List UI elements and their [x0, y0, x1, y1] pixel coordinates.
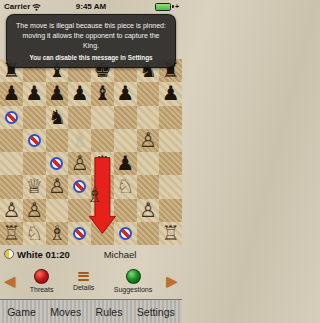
game-info-row: White 01:20 Michael [0, 245, 182, 263]
white-turn-indicator [4, 249, 14, 259]
square-e1[interactable] [91, 222, 114, 245]
bottom-toolbar: GameMovesRulesSettings [0, 299, 182, 323]
prohibited-icon [5, 111, 18, 124]
square-b3[interactable]: ♕ [23, 175, 46, 198]
details-button[interactable]: Details [73, 269, 94, 291]
square-a1[interactable]: ♖ [0, 222, 23, 245]
ghost-piece-wb: ♗ [71, 129, 89, 152]
square-c6[interactable]: ♞ [46, 106, 69, 129]
square-b1[interactable]: ♘ [23, 222, 46, 245]
piece-bp: ♟ [2, 82, 20, 105]
square-c2[interactable] [46, 199, 69, 222]
piece-bp: ♟ [48, 82, 66, 105]
toast-footer: You can disable this message in Settings [15, 54, 167, 61]
piece-wp: ♙ [2, 199, 20, 222]
square-e6[interactable] [91, 106, 114, 129]
toolbar-item-settings[interactable]: Settings [137, 306, 175, 318]
square-g7[interactable] [137, 82, 160, 105]
square-g3[interactable] [137, 175, 160, 198]
prohibited-icon [119, 227, 132, 240]
square-e4[interactable]: ♛ [91, 152, 114, 175]
square-c1[interactable]: ♗ [46, 222, 69, 245]
piece-bp: ♟ [25, 82, 43, 105]
square-b7[interactable]: ♟ [23, 82, 46, 105]
controls-row: ◀ Threats Details Suggestions ▶ [0, 263, 182, 299]
square-a7[interactable]: ♟ [0, 82, 23, 105]
piece-wr: ♖ [162, 222, 180, 245]
piece-wn: ♘ [116, 175, 134, 198]
chess-board: ♜♝♚♞♜♟♟♟♟♝♟♟♞♗♙♙♛♟♕♙♘♙♙♗♙♖♘♗♖ [0, 59, 182, 245]
controls-group: Threats Details Suggestions [20, 269, 162, 293]
suggestions-icon [126, 269, 141, 284]
square-b2[interactable]: ♙ [23, 199, 46, 222]
suggestions-button[interactable]: Suggestions [114, 269, 153, 293]
piece-wp: ♙ [25, 199, 43, 222]
white-clock: White 01:20 [17, 249, 70, 260]
square-h5[interactable] [159, 129, 182, 152]
square-b5[interactable] [23, 129, 46, 152]
square-g2[interactable]: ♙ [137, 199, 160, 222]
piece-bp: ♟ [162, 82, 180, 105]
battery-nub [172, 5, 174, 8]
square-d7[interactable]: ♟ [68, 82, 91, 105]
piece-bn: ♞ [48, 106, 66, 129]
square-f4[interactable]: ♟ [114, 152, 137, 175]
piece-wb: ♗ [48, 222, 66, 245]
piece-wq: ♕ [25, 175, 43, 198]
opponent-name: Michael [88, 249, 152, 260]
square-f1[interactable] [114, 222, 137, 245]
square-h1[interactable]: ♖ [159, 222, 182, 245]
square-h2[interactable] [159, 199, 182, 222]
square-c5[interactable] [46, 129, 69, 152]
details-icon [78, 269, 89, 282]
square-a2[interactable]: ♙ [0, 199, 23, 222]
next-move-button[interactable]: ▶ [162, 273, 182, 289]
square-h7[interactable]: ♟ [159, 82, 182, 105]
square-d1[interactable] [68, 222, 91, 245]
square-f7[interactable]: ♟ [114, 82, 137, 105]
illegal-move-toast: The move is illegal because this piece i… [6, 14, 176, 68]
square-g6[interactable] [137, 106, 160, 129]
piece-wr: ♖ [2, 222, 20, 245]
piece-wp: ♙ [139, 199, 157, 222]
square-g4[interactable] [137, 152, 160, 175]
square-e7[interactable]: ♝ [91, 82, 114, 105]
square-a5[interactable] [0, 129, 23, 152]
square-c3[interactable]: ♙ [46, 175, 69, 198]
charging-icon: + [175, 4, 179, 10]
piece-bp: ♟ [71, 82, 89, 105]
square-d4[interactable]: ♙ [68, 152, 91, 175]
piece-wp: ♙ [139, 129, 157, 152]
square-c7[interactable]: ♟ [46, 82, 69, 105]
toolbar-item-game[interactable]: Game [7, 306, 36, 318]
dragged-piece-wb: ♗ [85, 184, 103, 207]
prohibited-icon [28, 134, 41, 147]
prohibited-icon [73, 227, 86, 240]
piece-wp: ♙ [48, 175, 66, 198]
square-f6[interactable] [114, 106, 137, 129]
side-label: White [17, 249, 43, 260]
square-e2[interactable]: ♗ [91, 199, 114, 222]
suggestions-label: Suggestions [114, 286, 153, 293]
square-a3[interactable] [0, 175, 23, 198]
piece-wp: ♙ [71, 152, 89, 175]
piece-bq: ♛ [93, 152, 111, 175]
square-g1[interactable] [137, 222, 160, 245]
status-bar: Carrier 9:45 AM + [0, 0, 182, 13]
iphone-screen: Carrier 9:45 AM + The move is illegal be… [0, 0, 182, 323]
square-b6[interactable] [23, 106, 46, 129]
threats-label: Threats [30, 286, 54, 293]
threats-button[interactable]: Threats [30, 269, 54, 293]
piece-wn: ♘ [25, 222, 43, 245]
square-f2[interactable] [114, 199, 137, 222]
square-f3[interactable]: ♘ [114, 175, 137, 198]
toast-message: The move is illegal because this piece i… [15, 21, 167, 50]
square-h4[interactable] [159, 152, 182, 175]
square-h6[interactable] [159, 106, 182, 129]
piece-bp: ♟ [116, 82, 134, 105]
square-e5[interactable] [91, 129, 114, 152]
battery-body [155, 3, 171, 11]
clock-value: 01:20 [46, 249, 70, 260]
prohibited-icon [50, 157, 63, 170]
square-f5[interactable] [114, 129, 137, 152]
details-label: Details [73, 284, 94, 291]
battery-icon: + [155, 3, 179, 11]
square-a6[interactable] [0, 106, 23, 129]
toolbar-item-moves[interactable]: Moves [50, 306, 81, 318]
square-a4[interactable] [0, 152, 23, 175]
prohibited-icon [73, 180, 86, 193]
square-g5[interactable]: ♙ [137, 129, 160, 152]
square-h3[interactable] [159, 175, 182, 198]
square-c4[interactable] [46, 152, 69, 175]
square-b4[interactable] [23, 152, 46, 175]
previous-move-button[interactable]: ◀ [0, 273, 20, 289]
threats-icon [34, 269, 49, 284]
piece-bp: ♟ [116, 152, 134, 175]
square-d6[interactable] [68, 106, 91, 129]
piece-bb: ♝ [93, 82, 111, 105]
square-d5[interactable]: ♗ [68, 129, 91, 152]
toolbar-item-rules[interactable]: Rules [96, 306, 123, 318]
